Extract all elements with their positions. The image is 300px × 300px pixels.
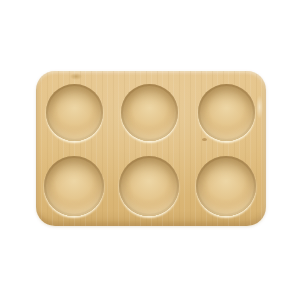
pit-top-3[interactable]	[198, 84, 255, 141]
pit-cell-top-1	[36, 71, 112, 154]
pit-cell-bottom-3	[186, 154, 266, 218]
pit-cell-top-3	[186, 71, 266, 154]
pit-cell-bottom-1	[36, 154, 112, 218]
pit-cell-top-2	[112, 71, 186, 154]
pit-top-2[interactable]	[121, 84, 178, 141]
pit-bottom-3[interactable]	[196, 156, 256, 216]
pit-bottom-2[interactable]	[119, 156, 179, 216]
photo-background	[0, 0, 300, 300]
pit-grid	[36, 71, 266, 226]
mancala-board	[36, 71, 266, 226]
pit-top-1[interactable]	[46, 84, 103, 141]
pit-cell-bottom-2	[112, 154, 186, 218]
pit-bottom-1[interactable]	[44, 156, 104, 216]
